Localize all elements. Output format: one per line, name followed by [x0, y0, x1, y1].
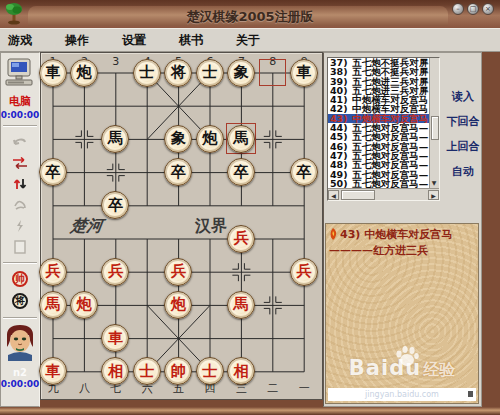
piece-black-horse[interactable]: 馬	[101, 125, 129, 153]
opening-move-list[interactable]: 37) 五七炮不挺兵对屏38) 五七炮不挺兵对屏39) 五七炮进三兵对屏40) …	[327, 57, 440, 201]
xiangqi-board[interactable]: 楚河汉界 123456789 九八七六五四三二一 車炮士将士象車馬象炮馬卒卒卒卒…	[40, 52, 323, 400]
piece-layer: 車炮士将士象車馬象炮馬卒卒卒卒卒兵兵兵兵兵馬炮炮馬車車相士帥士相	[37, 56, 320, 388]
piece-black-cannon[interactable]: 炮	[196, 125, 224, 153]
annotation-marker-icon	[329, 228, 338, 244]
move-list-row[interactable]: 49) 五七炮对反宫马—	[328, 170, 439, 179]
divider	[3, 317, 37, 319]
piece-black-soldier[interactable]: 卒	[39, 158, 67, 186]
player-name: n2	[13, 367, 27, 378]
menu-about[interactable]: 关于	[236, 32, 260, 49]
menu-operation[interactable]: 操作	[65, 32, 89, 49]
move-list-row[interactable]: 47) 五七炮对反宫马—	[328, 151, 439, 160]
swap-sides-icon[interactable]	[11, 152, 29, 173]
move-list-row[interactable]: 41) 中炮横车对反宫马	[328, 95, 439, 104]
piece-red-advisor[interactable]: 士	[133, 357, 161, 385]
annotation-text: 43) 中炮横车对反宫马————红方进三兵	[326, 224, 478, 258]
divider	[3, 125, 37, 127]
piece-red-general[interactable]: 帥	[164, 357, 192, 385]
auto-button[interactable]: 自动	[452, 164, 474, 179]
computer-label: 电脑	[9, 94, 31, 109]
piece-black-chariot[interactable]: 車	[39, 59, 67, 87]
blank-page-icon[interactable]	[14, 236, 26, 257]
watermark-url-strip: jingyan.baidu.com	[328, 388, 476, 401]
piece-black-general[interactable]: 将	[164, 59, 192, 87]
piece-black-advisor[interactable]: 士	[133, 59, 161, 87]
black-general-icon[interactable]: 将	[12, 293, 28, 309]
move-list-row[interactable]: 45) 五七炮对反宫马—	[328, 132, 439, 141]
piece-black-soldier[interactable]: 卒	[164, 158, 192, 186]
piece-red-elephant[interactable]: 相	[227, 357, 255, 385]
menu-game[interactable]: 游戏	[8, 32, 32, 49]
scroll-left-icon[interactable]: ◀	[328, 190, 339, 200]
piece-black-soldier[interactable]: 卒	[227, 158, 255, 186]
vertical-scrollbar[interactable]	[429, 58, 439, 188]
window-bottom-frame	[0, 407, 500, 415]
piece-black-soldier[interactable]: 卒	[101, 191, 129, 219]
move-list-row[interactable]: 50) 五七炮对反宫马—	[328, 179, 439, 188]
move-list-row[interactable]: 40) 五七炮进三兵对屏	[328, 86, 439, 95]
divider	[3, 262, 37, 264]
move-list-row[interactable]: 38) 五七炮不挺兵对屏	[328, 67, 439, 76]
scrollbar-thumb[interactable]	[431, 116, 439, 140]
scroll-down-icon[interactable]: ▼	[429, 178, 439, 187]
menu-bar: 游戏 操作 设置 棋书 关于	[0, 28, 500, 52]
piece-red-soldier[interactable]: 兵	[164, 258, 192, 286]
piece-black-soldier[interactable]: 卒	[290, 158, 318, 186]
scrollbar-thumb[interactable]	[341, 190, 375, 200]
move-list-row[interactable]: 46) 五七炮对反宫马—	[328, 142, 439, 151]
piece-red-cannon[interactable]: 炮	[164, 291, 192, 319]
move-list-row[interactable]: 44) 五七炮对反宫马—	[328, 123, 439, 132]
piece-red-chariot[interactable]: 車	[101, 324, 129, 352]
move-list-row[interactable]: 43) 中炮横车对反宫马	[328, 114, 439, 123]
piece-black-cannon[interactable]: 炮	[70, 59, 98, 87]
scroll-right-icon[interactable]: ▶	[428, 190, 439, 200]
piece-black-chariot[interactable]: 車	[290, 59, 318, 87]
restore-button[interactable]: □	[467, 3, 479, 15]
sort-moves-icon[interactable]	[13, 173, 27, 194]
piece-red-elephant[interactable]: 相	[101, 357, 129, 385]
move-list-row[interactable]: 42) 中炮横车对反宫马	[328, 104, 439, 113]
close-button[interactable]: ×	[482, 3, 494, 15]
piece-red-horse[interactable]: 馬	[227, 291, 255, 319]
baidu-watermark: Baidu经验	[326, 356, 478, 381]
app-window: 楚汉棋缘2005注册版 – □ × 游戏 操作 设置 棋书 关于	[0, 0, 500, 415]
piece-red-advisor[interactable]: 士	[196, 357, 224, 385]
annotation-panel: 43) 中炮横车对反宫马————红方进三兵 Baidu经验	[325, 223, 479, 404]
window-title: 楚汉棋缘2005注册版	[0, 8, 500, 26]
piece-red-soldier[interactable]: 兵	[101, 258, 129, 286]
piece-red-chariot[interactable]: 車	[39, 357, 67, 385]
piece-red-soldier[interactable]: 兵	[227, 225, 255, 253]
player-timer: 0:00:00	[1, 379, 40, 389]
piece-black-elephant[interactable]: 象	[164, 125, 192, 153]
left-sidebar: 电脑 0:00:00	[0, 52, 40, 407]
piece-black-horse[interactable]: 馬	[227, 125, 255, 153]
move-list-row[interactable]: 48) 五七炮对反宫马—	[328, 160, 439, 169]
menu-book[interactable]: 棋书	[179, 32, 203, 49]
minimize-button[interactable]: –	[452, 3, 464, 15]
piece-red-soldier[interactable]: 兵	[290, 258, 318, 286]
piece-black-advisor[interactable]: 士	[196, 59, 224, 87]
computer-timer: 0:00:00	[1, 110, 40, 120]
piece-red-soldier[interactable]: 兵	[39, 258, 67, 286]
menu-settings[interactable]: 设置	[122, 32, 146, 49]
piece-red-horse[interactable]: 馬	[39, 291, 67, 319]
player-avatar	[3, 323, 37, 365]
move-list-row[interactable]: 39) 五七炮进三兵对屏	[328, 77, 439, 86]
corner-mark	[468, 391, 473, 397]
right-panel: 37) 五七炮不挺兵对屏38) 五七炮不挺兵对屏39) 五七炮进三兵对屏40) …	[323, 52, 482, 407]
last-move-from-marker	[259, 59, 286, 86]
prev-round-button[interactable]: 上回合	[447, 139, 480, 154]
piece-black-elephant[interactable]: 象	[227, 59, 255, 87]
lightning-icon[interactable]	[15, 215, 25, 236]
computer-icon	[4, 57, 36, 93]
horizontal-scrollbar[interactable]: ◀ ▶	[328, 188, 439, 200]
title-bar[interactable]: 楚汉棋缘2005注册版 – □ ×	[0, 0, 500, 28]
piece-red-cannon[interactable]: 炮	[70, 291, 98, 319]
load-button[interactable]: 读入	[452, 89, 474, 104]
move-list-row[interactable]: 37) 五七炮不挺兵对屏	[328, 58, 439, 67]
baidu-paw-icon	[394, 344, 420, 374]
next-round-button[interactable]: 下回合	[447, 114, 480, 129]
red-general-icon[interactable]: 帅	[12, 271, 28, 287]
undo-icon[interactable]	[12, 131, 28, 152]
hint-icon[interactable]	[13, 194, 27, 215]
